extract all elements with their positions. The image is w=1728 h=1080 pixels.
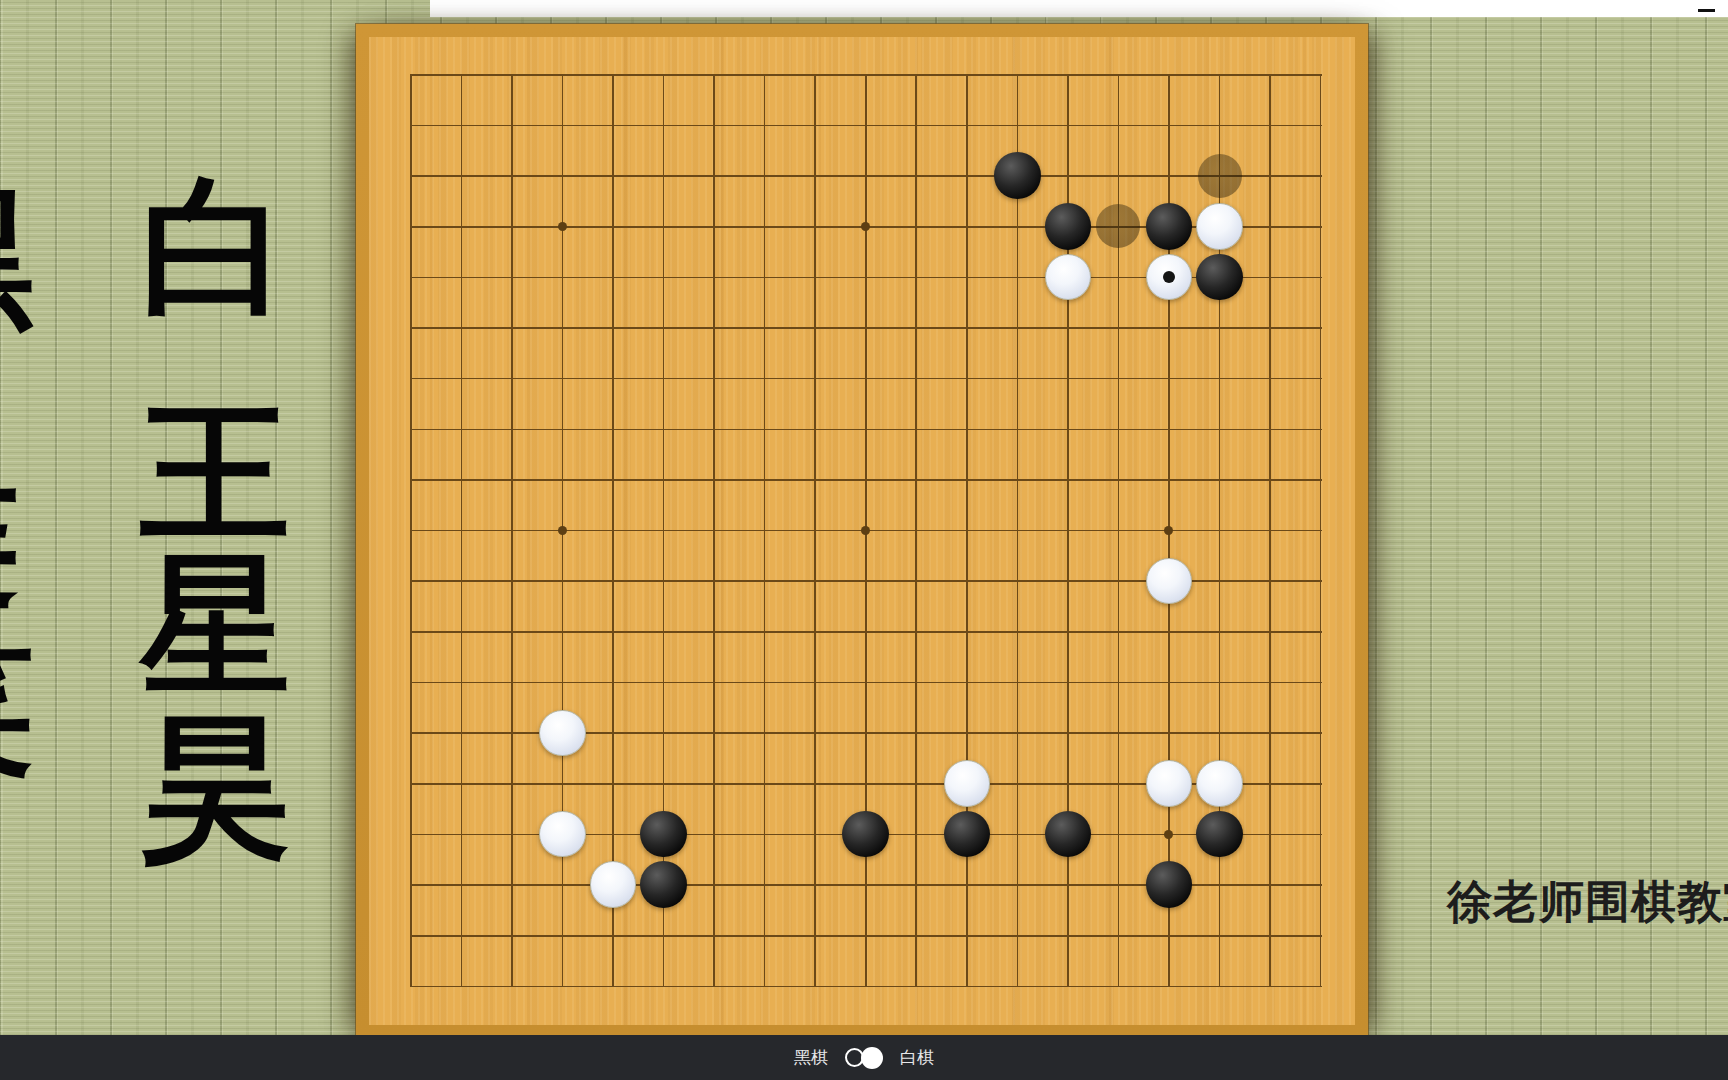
hoshi-dot — [1164, 830, 1173, 839]
black-stone — [1146, 203, 1193, 250]
white-stones-label: 白棋 — [900, 1046, 934, 1069]
white-stone — [1045, 254, 1092, 301]
white-stone — [944, 760, 991, 807]
player-white-color-label: 白 — [140, 172, 290, 322]
black-stone — [994, 152, 1041, 199]
player-black-name-char-2: 笑 — [0, 628, 35, 778]
ghost-stone — [1198, 154, 1242, 198]
black-stone — [1045, 811, 1092, 858]
hoshi-dot — [558, 526, 567, 535]
white-stone — [590, 861, 637, 908]
black-stone — [842, 811, 889, 858]
player-white-name-char-3: 昊 — [140, 712, 290, 862]
toggle-knob-icon — [861, 1047, 883, 1069]
hoshi-dot — [558, 222, 567, 231]
white-stone — [1146, 558, 1193, 605]
white-stone — [1196, 760, 1243, 807]
white-stone — [539, 811, 586, 858]
black-stone — [1196, 254, 1243, 301]
white-stone — [1146, 254, 1193, 301]
white-stone — [539, 710, 586, 757]
black-stone — [640, 861, 687, 908]
last-move-marker — [1163, 271, 1175, 283]
black-stone — [640, 811, 687, 858]
black-stone — [1045, 203, 1092, 250]
hoshi-dot — [861, 526, 870, 535]
tatami-background: 黑 连 笑 白 王 星 昊 徐老师围棋教室 黑棋 白棋 — [0, 0, 1728, 1080]
black-stone — [1146, 861, 1193, 908]
classroom-watermark: 徐老师围棋教室 — [1447, 872, 1728, 932]
player-white-name-char-1: 王 — [140, 398, 290, 548]
black-stones-label: 黑棋 — [794, 1046, 828, 1069]
white-stone — [1196, 203, 1243, 250]
player-black-name-char-1: 连 — [0, 462, 20, 612]
player-white-name-char-2: 星 — [140, 550, 290, 700]
hoshi-dot — [861, 222, 870, 231]
black-stone — [1196, 811, 1243, 858]
player-black-color-label: 黑 — [0, 183, 35, 333]
minimize-dash-icon[interactable] — [1698, 9, 1715, 12]
bottom-bar: 黑棋 白棋 — [0, 1035, 1728, 1080]
stone-color-toggle[interactable] — [845, 1047, 883, 1069]
window-top-strip — [430, 0, 1728, 17]
black-stone — [944, 811, 991, 858]
white-stone — [1146, 760, 1193, 807]
